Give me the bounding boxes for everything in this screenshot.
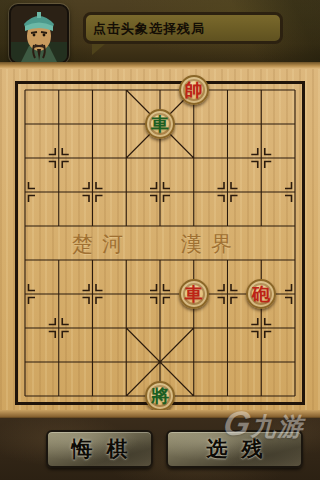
piece-character: 砲 bbox=[252, 285, 270, 303]
river-text-right: 漢界 bbox=[165, 229, 257, 259]
bubble-tail bbox=[92, 44, 105, 55]
general-portrait-icon bbox=[11, 6, 67, 62]
piece-black-chariot[interactable]: 車 bbox=[145, 109, 175, 139]
piece-red-general[interactable]: 帥 bbox=[179, 75, 209, 105]
piece-black-general[interactable]: 將 bbox=[145, 381, 175, 411]
select-endgame-button[interactable]: 选残 bbox=[166, 430, 303, 468]
river-text-left: 楚河 bbox=[56, 229, 148, 259]
undo-move-button[interactable]: 悔棋 bbox=[46, 430, 153, 468]
piece-red-chariot[interactable]: 車 bbox=[179, 279, 209, 309]
player-avatar[interactable] bbox=[9, 4, 69, 64]
bottom-bar: 悔棋 选残 G九游 bbox=[0, 418, 320, 480]
piece-character: 車 bbox=[151, 115, 169, 133]
xiangqi-board[interactable]: 楚河 漢界 帥車車砲將 bbox=[0, 62, 320, 418]
piece-character: 車 bbox=[185, 285, 203, 303]
hint-text: 点击头象选择残局 bbox=[86, 15, 280, 38]
hint-bubble: 点击头象选择残局 bbox=[83, 12, 283, 44]
board-edge-bottom bbox=[0, 410, 320, 418]
select-button-label: 选残 bbox=[193, 435, 277, 463]
app-root: 点击头象选择残局 楚河 漢界 帥車車砲將 悔棋 选残 G九游 bbox=[0, 0, 320, 480]
piece-character: 帥 bbox=[185, 81, 203, 99]
undo-button-label: 悔棋 bbox=[58, 435, 142, 463]
piece-character: 將 bbox=[151, 387, 169, 405]
top-bar: 点击头象选择残局 bbox=[0, 0, 320, 64]
